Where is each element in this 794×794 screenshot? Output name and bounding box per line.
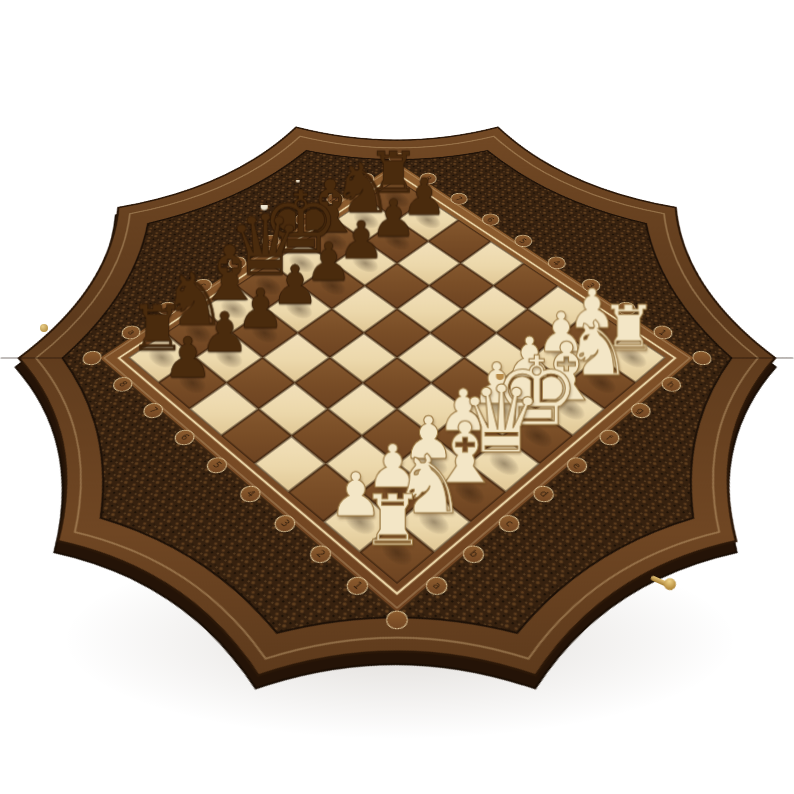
latch-head (662, 576, 678, 592)
square-f6[interactable] (365, 263, 429, 309)
scene: 11aa22bb33cc44dd55ee66ff77gg88hh ♜♟♟♜♞♟♟… (0, 0, 794, 794)
white-rook-a1[interactable]: ♜ (350, 486, 435, 556)
photo-backdrop: 11aa22bb33cc44dd55ee66ff77gg88hh ♜♟♟♜♞♟♟… (0, 0, 794, 794)
bone-spike-finial (296, 171, 300, 183)
brass-hinge-pin-icon (40, 324, 48, 332)
bone-ball-finial (261, 203, 268, 210)
amber-ball-finial (496, 372, 504, 380)
black-pawn-a7[interactable]: ♟ (149, 330, 226, 386)
